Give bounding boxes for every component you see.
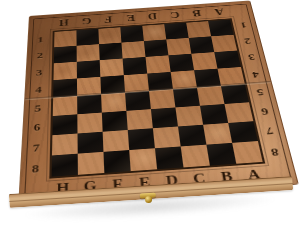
square-c1: [164, 23, 188, 40]
square-e5: [125, 91, 151, 111]
rank-label-left-1: 1: [30, 31, 51, 48]
rank-label-right-6: 6: [251, 101, 279, 122]
square-a1: [208, 20, 233, 37]
square-f2: [99, 43, 123, 61]
square-c3: [168, 54, 194, 72]
square-b5: [197, 86, 225, 106]
square-e6: [126, 109, 152, 130]
rank-labels-left: 12345678: [23, 31, 51, 181]
square-g2: [77, 44, 100, 62]
square-h3: [54, 62, 77, 80]
rank-label-right-1: 1: [232, 17, 256, 34]
square-d6: [151, 107, 178, 128]
file-label-top-h: H: [53, 15, 75, 30]
square-b7: [203, 123, 232, 145]
square-c6: [175, 106, 203, 127]
rank-label-left-3: 3: [28, 63, 50, 82]
square-g8: [78, 152, 105, 175]
square-e1: [120, 26, 144, 43]
square-g3: [77, 60, 101, 78]
rank-label-left-8: 8: [23, 157, 48, 180]
square-b3: [191, 52, 217, 70]
square-d7: [153, 126, 181, 148]
chess-board: HGFEDCBA HGFEDCBA 12345678 12345678: [18, 1, 299, 205]
square-h8: [52, 154, 78, 177]
rank-label-left-5: 5: [26, 98, 49, 118]
rank-label-left-7: 7: [24, 136, 48, 158]
board-face: HGFEDCBA HGFEDCBA 12345678 12345678: [18, 1, 299, 205]
clasp-knob: [145, 196, 152, 203]
square-e3: [123, 57, 148, 75]
file-label-top-c: C: [163, 7, 187, 22]
square-h5: [53, 96, 78, 116]
square-b2: [189, 36, 215, 53]
product-photo: HGFEDCBA HGFEDCBA 12345678 12345678: [0, 0, 300, 237]
square-a2: [211, 35, 237, 52]
square-a6: [224, 102, 253, 123]
square-d3: [145, 55, 170, 73]
square-d5: [149, 89, 175, 109]
square-f8: [103, 150, 130, 173]
square-c5: [173, 88, 200, 108]
square-f1: [98, 27, 121, 44]
square-h1: [54, 30, 76, 47]
square-d1: [142, 24, 166, 41]
brass-clasp: [138, 191, 159, 205]
square-e2: [121, 41, 145, 59]
square-e7: [128, 128, 155, 150]
square-a7: [228, 121, 258, 143]
square-c2: [166, 38, 191, 55]
square-f5: [101, 93, 126, 113]
square-g1: [76, 29, 99, 46]
square-f7: [103, 130, 130, 152]
rank-label-left-2: 2: [29, 47, 50, 65]
rank-label-left-6: 6: [25, 117, 49, 138]
file-label-top-a: A: [206, 4, 231, 19]
square-g7: [78, 132, 104, 154]
square-f6: [102, 111, 128, 132]
square-g6: [77, 113, 102, 134]
square-e8: [129, 148, 157, 171]
rank-label-right-7: 7: [256, 120, 284, 142]
square-g5: [77, 94, 102, 114]
rank-label-right-2: 2: [235, 32, 260, 49]
file-label-top-e: E: [119, 10, 142, 25]
square-f3: [100, 59, 124, 77]
rank-label-right-3: 3: [239, 48, 264, 66]
square-a5: [221, 84, 249, 104]
rank-label-right-5: 5: [247, 83, 274, 103]
square-c7: [178, 125, 206, 147]
file-label-top-b: B: [184, 5, 209, 20]
square-b6: [200, 104, 228, 125]
square-b8: [206, 143, 236, 166]
square-c8: [181, 145, 210, 168]
playing-field: [49, 18, 265, 178]
square-d8: [155, 146, 184, 169]
file-label-top-f: F: [97, 12, 120, 27]
square-b1: [186, 21, 211, 38]
square-h7: [52, 133, 78, 155]
square-a8: [232, 141, 263, 164]
square-d2: [144, 39, 169, 56]
file-label-top-g: G: [75, 13, 97, 28]
square-h2: [54, 46, 77, 64]
square-h6: [52, 114, 77, 135]
square-a3: [214, 51, 241, 69]
file-label-top-d: D: [141, 8, 165, 23]
